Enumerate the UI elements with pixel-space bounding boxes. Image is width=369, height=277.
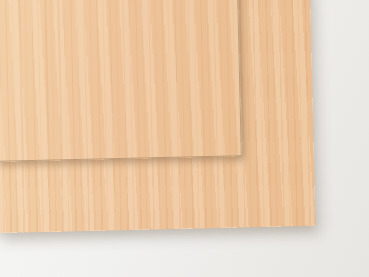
photo-backdrop (0, 0, 369, 277)
go-board (0, 0, 242, 162)
